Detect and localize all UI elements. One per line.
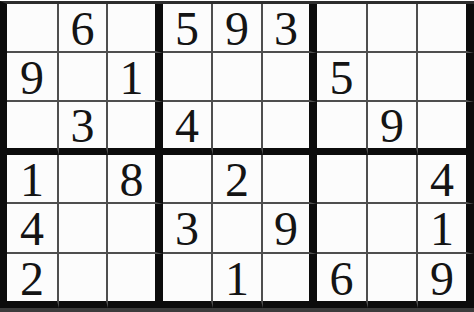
cell-r2c5[interactable] (213, 53, 263, 102)
given-digit: 1 (20, 156, 44, 204)
cell-r6c8[interactable] (368, 254, 418, 308)
given-digit: 9 (225, 5, 249, 53)
given-digit: 3 (71, 102, 95, 150)
given-digit: 5 (330, 54, 354, 102)
cell-r1c1[interactable] (7, 4, 59, 53)
given-digit: 3 (175, 205, 199, 253)
cell-r5c2[interactable] (59, 204, 108, 254)
cell-r6c1[interactable]: 2 (7, 254, 59, 308)
given-digit: 1 (225, 255, 249, 303)
cell-r6c3[interactable] (108, 254, 163, 308)
sudoku-screenshot: 6593915349182443912169 (0, 0, 474, 312)
given-digit: 9 (274, 205, 298, 253)
cell-r2c8[interactable] (368, 53, 418, 102)
given-digit: 4 (20, 205, 44, 253)
given-digit: 4 (430, 156, 454, 204)
cell-r4c8[interactable] (368, 155, 418, 204)
cell-r6c2[interactable] (59, 254, 108, 308)
cell-r2c4[interactable] (163, 53, 213, 102)
cell-r1c3[interactable] (108, 4, 163, 53)
cell-r1c7[interactable] (317, 4, 368, 53)
cell-r4c3[interactable]: 8 (108, 155, 163, 204)
cell-r1c2[interactable]: 6 (59, 4, 108, 53)
cell-r3c9[interactable] (418, 102, 474, 155)
cell-r2c6[interactable] (263, 53, 317, 102)
cell-r4c5[interactable]: 2 (213, 155, 263, 204)
sudoku-board: 6593915349182443912169 (0, 1, 474, 308)
cell-r5c9[interactable]: 1 (418, 204, 474, 254)
cell-r5c6[interactable]: 9 (263, 204, 317, 254)
cell-r2c2[interactable] (59, 53, 108, 102)
cell-r6c9[interactable]: 9 (418, 254, 474, 308)
cell-r3c2[interactable]: 3 (59, 102, 108, 155)
cell-r5c3[interactable] (108, 204, 163, 254)
cell-r3c6[interactable] (263, 102, 317, 155)
given-digit: 1 (120, 54, 144, 102)
given-digit: 9 (430, 255, 454, 303)
cell-r2c3[interactable]: 1 (108, 53, 163, 102)
cell-r1c9[interactable] (418, 4, 474, 53)
given-digit: 6 (71, 5, 95, 53)
cell-r5c7[interactable] (317, 204, 368, 254)
given-digit: 6 (330, 255, 354, 303)
cell-r1c6[interactable]: 3 (263, 4, 317, 53)
given-digit: 4 (175, 102, 199, 150)
given-digit: 3 (274, 5, 298, 53)
cell-r3c5[interactable] (213, 102, 263, 155)
cell-r1c5[interactable]: 9 (213, 4, 263, 53)
cell-r4c1[interactable]: 1 (7, 155, 59, 204)
given-digit: 8 (120, 156, 144, 204)
cell-r3c3[interactable] (108, 102, 163, 155)
cell-r6c7[interactable]: 6 (317, 254, 368, 308)
sudoku-grid: 6593915349182443912169 (0, 1, 474, 308)
cell-r5c4[interactable]: 3 (163, 204, 213, 254)
cell-r3c7[interactable] (317, 102, 368, 155)
cell-r5c8[interactable] (368, 204, 418, 254)
given-digit: 1 (430, 205, 454, 253)
given-digit: 2 (225, 156, 249, 204)
cell-r4c7[interactable] (317, 155, 368, 204)
cell-r6c4[interactable] (163, 254, 213, 308)
cell-r2c7[interactable]: 5 (317, 53, 368, 102)
cell-r4c9[interactable]: 4 (418, 155, 474, 204)
cell-r1c8[interactable] (368, 4, 418, 53)
cell-r2c9[interactable] (418, 53, 474, 102)
cell-r6c6[interactable] (263, 254, 317, 308)
cell-r4c4[interactable] (163, 155, 213, 204)
cropped-next-row-strip (0, 308, 474, 312)
given-digit: 5 (175, 5, 199, 53)
cell-r2c1[interactable]: 9 (7, 53, 59, 102)
given-digit: 9 (20, 54, 44, 102)
cell-r6c5[interactable]: 1 (213, 254, 263, 308)
cell-r4c2[interactable] (59, 155, 108, 204)
cell-r1c4[interactable]: 5 (163, 4, 213, 53)
cell-r3c1[interactable] (7, 102, 59, 155)
cell-r4c6[interactable] (263, 155, 317, 204)
cell-r3c8[interactable]: 9 (368, 102, 418, 155)
given-digit: 9 (380, 102, 404, 150)
cell-r3c4[interactable]: 4 (163, 102, 213, 155)
cell-r5c1[interactable]: 4 (7, 204, 59, 254)
cell-r5c5[interactable] (213, 204, 263, 254)
given-digit: 2 (20, 255, 44, 303)
